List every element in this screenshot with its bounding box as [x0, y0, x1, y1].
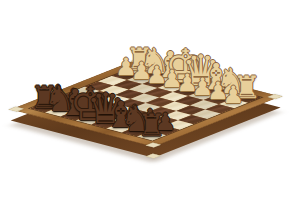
photo-scene: ♜♞♝♚♛♝♞♜♟♟♟♟♟♟♟♟♟♟♟♟♟♟♟♟♜♞♝♚♛♝♞♜	[0, 0, 300, 200]
white-pawn: ♟	[222, 83, 244, 107]
black-rook: ♜	[138, 109, 166, 140]
piece-layer: ♜♞♝♚♛♝♞♜♟♟♟♟♟♟♟♟♟♟♟♟♟♟♟♟♜♞♝♚♛♝♞♜	[0, 0, 300, 200]
